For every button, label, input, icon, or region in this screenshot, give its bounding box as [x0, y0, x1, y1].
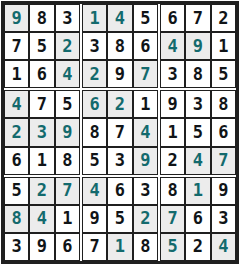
box-2-3: 938156247	[160, 90, 236, 174]
cell-r9c5[interactable]: 1	[107, 233, 132, 261]
cell-r2c8[interactable]: 9	[185, 32, 210, 60]
cell-r8c6[interactable]: 2	[133, 205, 158, 233]
box-2-1: 475239618	[4, 90, 80, 174]
cell-r6c3[interactable]: 8	[55, 147, 80, 175]
cell-r9c9[interactable]: 4	[211, 233, 236, 261]
cell-r9c1[interactable]: 3	[4, 233, 29, 261]
cell-r5c8[interactable]: 5	[185, 118, 210, 146]
cell-r4c9[interactable]: 8	[211, 90, 236, 118]
cell-r5c7[interactable]: 1	[160, 118, 185, 146]
cell-r4c4[interactable]: 6	[82, 90, 107, 118]
cell-r9c8[interactable]: 2	[185, 233, 210, 261]
cell-r8c2[interactable]: 4	[29, 205, 54, 233]
cell-r3c7[interactable]: 3	[160, 60, 185, 88]
cell-r8c7[interactable]: 7	[160, 205, 185, 233]
cell-r7c3[interactable]: 7	[55, 177, 80, 205]
cell-r7c4[interactable]: 4	[82, 177, 107, 205]
cell-r9c7[interactable]: 5	[160, 233, 185, 261]
cell-r2c2[interactable]: 5	[29, 32, 54, 60]
cell-r7c8[interactable]: 1	[185, 177, 210, 205]
cell-r4c6[interactable]: 1	[133, 90, 158, 118]
box-3-3: 819763524	[160, 177, 236, 261]
cell-r1c3[interactable]: 3	[55, 4, 80, 32]
cell-r1c8[interactable]: 7	[185, 4, 210, 32]
cell-r7c7[interactable]: 8	[160, 177, 185, 205]
cell-r8c5[interactable]: 5	[107, 205, 132, 233]
sudoku-board: 9837521641453862976724913854752396186218…	[1, 1, 239, 264]
cell-r5c2[interactable]: 3	[29, 118, 54, 146]
cell-r8c4[interactable]: 9	[82, 205, 107, 233]
cell-r1c4[interactable]: 1	[82, 4, 107, 32]
cell-r3c6[interactable]: 7	[133, 60, 158, 88]
cell-r6c4[interactable]: 5	[82, 147, 107, 175]
box-1-1: 983752164	[4, 4, 80, 88]
cell-r9c6[interactable]: 8	[133, 233, 158, 261]
cell-r3c1[interactable]: 1	[4, 60, 29, 88]
cell-r7c1[interactable]: 5	[4, 177, 29, 205]
cell-r3c8[interactable]: 8	[185, 60, 210, 88]
cell-r1c1[interactable]: 9	[4, 4, 29, 32]
cell-r3c3[interactable]: 4	[55, 60, 80, 88]
cell-r4c1[interactable]: 4	[4, 90, 29, 118]
cell-r8c8[interactable]: 6	[185, 205, 210, 233]
box-3-1: 527841396	[4, 177, 80, 261]
cell-r1c6[interactable]: 5	[133, 4, 158, 32]
cell-r1c7[interactable]: 6	[160, 4, 185, 32]
cell-r1c2[interactable]: 8	[29, 4, 54, 32]
cell-r3c2[interactable]: 6	[29, 60, 54, 88]
box-1-3: 672491385	[160, 4, 236, 88]
cell-r4c5[interactable]: 2	[107, 90, 132, 118]
cell-r6c2[interactable]: 1	[29, 147, 54, 175]
cell-r2c3[interactable]: 2	[55, 32, 80, 60]
cell-r8c1[interactable]: 8	[4, 205, 29, 233]
cell-r8c9[interactable]: 3	[211, 205, 236, 233]
cell-r9c2[interactable]: 9	[29, 233, 54, 261]
cell-r6c7[interactable]: 2	[160, 147, 185, 175]
cell-r1c5[interactable]: 4	[107, 4, 132, 32]
cell-r2c1[interactable]: 7	[4, 32, 29, 60]
cell-r6c6[interactable]: 9	[133, 147, 158, 175]
cell-r2c5[interactable]: 8	[107, 32, 132, 60]
cell-r4c3[interactable]: 5	[55, 90, 80, 118]
cell-r3c9[interactable]: 5	[211, 60, 236, 88]
cell-r2c6[interactable]: 6	[133, 32, 158, 60]
box-2-2: 621874539	[82, 90, 158, 174]
cell-r9c3[interactable]: 6	[55, 233, 80, 261]
cell-r7c9[interactable]: 9	[211, 177, 236, 205]
cell-r3c5[interactable]: 9	[107, 60, 132, 88]
cell-r5c9[interactable]: 6	[211, 118, 236, 146]
box-3-2: 463952718	[82, 177, 158, 261]
cell-r6c9[interactable]: 7	[211, 147, 236, 175]
cell-r4c8[interactable]: 3	[185, 90, 210, 118]
cell-r6c5[interactable]: 3	[107, 147, 132, 175]
cell-r4c2[interactable]: 7	[29, 90, 54, 118]
cell-r5c3[interactable]: 9	[55, 118, 80, 146]
cell-r6c1[interactable]: 6	[4, 147, 29, 175]
box-1-2: 145386297	[82, 4, 158, 88]
cell-r5c1[interactable]: 2	[4, 118, 29, 146]
cell-r8c3[interactable]: 1	[55, 205, 80, 233]
cell-r5c4[interactable]: 8	[82, 118, 107, 146]
cell-r7c2[interactable]: 2	[29, 177, 54, 205]
cell-r1c9[interactable]: 2	[211, 4, 236, 32]
cell-r5c5[interactable]: 7	[107, 118, 132, 146]
cell-r3c4[interactable]: 2	[82, 60, 107, 88]
cell-r2c7[interactable]: 4	[160, 32, 185, 60]
cell-r2c4[interactable]: 3	[82, 32, 107, 60]
cell-r2c9[interactable]: 1	[211, 32, 236, 60]
cell-r7c6[interactable]: 3	[133, 177, 158, 205]
cell-r5c6[interactable]: 4	[133, 118, 158, 146]
cell-r4c7[interactable]: 9	[160, 90, 185, 118]
cell-r9c4[interactable]: 7	[82, 233, 107, 261]
cell-r7c5[interactable]: 6	[107, 177, 132, 205]
cell-r6c8[interactable]: 4	[185, 147, 210, 175]
sudoku-page: 9837521641453862976724913854752396186218…	[0, 0, 240, 265]
